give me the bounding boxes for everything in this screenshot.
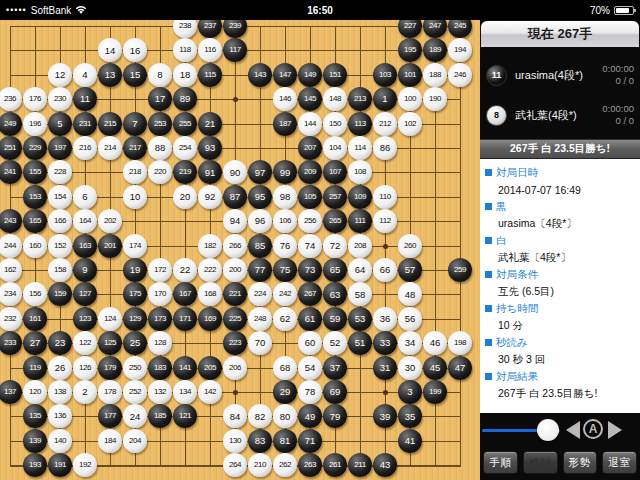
move-counter-header: 現在 267手 [481,21,639,47]
go-stone-black: 213 [348,87,372,111]
go-stone-black: 263 [298,453,322,477]
player-row-black: 11urasima(4段*)0:00:000 / 0 [486,55,634,95]
info-value: 武礼葉〔4段*〕 [485,249,640,266]
go-stone-white: 244 [0,234,22,258]
go-stone-black: 53 [348,307,372,331]
go-stone-black: 103 [373,63,397,87]
go-stone-white: 256 [298,209,322,233]
go-stone-white: 198 [448,331,472,355]
go-stone-white: 154 [48,185,72,209]
go-stone-white: 200 [223,258,247,282]
go-stone-black: 73 [298,258,322,282]
go-stone-white: 60 [298,331,322,355]
go-stone-black: 201 [98,234,122,258]
go-stone-black: 265 [323,209,347,233]
auto-play-button[interactable]: A [583,419,603,439]
go-stone-black: 43 [373,453,397,477]
go-stone-black: 15 [123,63,147,87]
go-stone-white: 130 [223,429,247,453]
go-stone-white: 166 [48,209,72,233]
capture-count-white-stone-icon: 8 [486,105,507,126]
go-stone-black: 119 [23,356,47,380]
go-stone-white: 260 [398,234,422,258]
go-stone-white: 148 [323,87,347,111]
go-stone-white: 216 [73,136,97,160]
go-stone-white: 176 [23,87,47,111]
go-stone-white: 96 [248,209,272,233]
go-stone-black: 163 [73,234,97,258]
bullet-square-icon [485,237,492,244]
go-stone-white: 188 [423,63,447,87]
go-stone-black: 153 [23,185,47,209]
go-stone-white: 204 [123,429,147,453]
go-stone-black: 11 [73,87,97,111]
bullet-square-icon [485,271,492,278]
carrier-label: SoftBank [31,5,72,16]
go-stone-black: 125 [98,331,122,355]
go-stone-black: 71 [298,429,322,453]
go-stone-white: 250 [123,356,147,380]
go-stone-black: 5 [48,112,72,136]
go-stone-black: 69 [323,380,347,404]
go-stone-white: 72 [323,234,347,258]
go-stone-white: 52 [323,331,347,355]
move-slider-knob[interactable] [537,419,559,441]
go-stone-black: 19 [123,258,147,282]
go-stone-white: 66 [373,258,397,282]
go-stone-white: 112 [373,209,397,233]
go-stone-black: 145 [298,87,322,111]
action-button-形勢[interactable]: 形勢 [563,451,598,474]
info-label: 秒読み [485,334,640,351]
go-stone-black: 75 [273,258,297,282]
go-stone-black: 151 [323,63,347,87]
go-stone-black: 257 [323,185,347,209]
go-stone-black: 9 [73,258,97,282]
go-stone-black: 179 [98,356,122,380]
go-stone-white: 86 [373,136,397,160]
go-stone-white: 46 [423,331,447,355]
move-slider[interactable] [482,429,560,432]
next-move-button[interactable] [608,421,622,439]
go-stone-black: 261 [323,453,347,477]
app-screen: ••••• SoftBank 16:50 70% 238237239227247… [0,0,640,480]
go-stone-white: 252 [123,380,147,404]
bullet-square-icon [485,339,492,346]
action-button-手順[interactable]: 手順 [483,451,518,474]
go-stone-white: 230 [48,87,72,111]
signal-strength-icon: ••••• [6,5,27,15]
go-stone-black: 171 [173,307,197,331]
go-stone-black: 21 [198,112,222,136]
go-stone-black: 65 [323,258,347,282]
go-stone-black: 229 [23,136,47,160]
info-label: 対局日時 [485,164,640,181]
go-stone-white: 160 [23,234,47,258]
go-stone-black: 7 [123,112,147,136]
go-stone-white: 128 [148,331,172,355]
go-stone-black: 17 [148,87,172,111]
go-stone-white: 62 [273,307,297,331]
go-stone-black: 101 [398,63,422,87]
go-stone-white: 114 [348,136,372,160]
capture-count-black-stone-icon: 11 [486,65,507,86]
info-label: 黒 [485,198,640,215]
go-stone-white: 88 [148,136,172,160]
go-stone-white: 8 [148,63,172,87]
go-stone-white: 26 [48,356,72,380]
go-stone-white: 6 [73,185,97,209]
go-stone-black: 41 [398,429,422,453]
go-stone-white: 18 [173,63,197,87]
go-stone-black: 3 [398,380,422,404]
bullet-square-icon [485,169,492,176]
go-board[interactable]: 2382372392272472451416118116117195189194… [0,20,480,480]
go-stone-black: 143 [248,63,272,87]
go-stone-white: 174 [123,234,147,258]
go-stone-black: 147 [273,63,297,87]
go-stone-black: 59 [323,307,347,331]
go-stone-black: 165 [23,209,47,233]
go-stone-white: 150 [323,112,347,136]
go-stone-black: 33 [373,331,397,355]
player-clock: 0:00:000 / 0 [602,103,634,127]
go-stone-white: 54 [298,356,322,380]
go-stone-white: 146 [273,87,297,111]
go-stone-black: 161 [23,307,47,331]
go-stone-white: 34 [398,331,422,355]
go-stone-white: 70 [248,331,272,355]
go-stone-black: 249 [0,112,22,136]
go-stone-black: 115 [198,63,222,87]
go-stone-black: 217 [123,136,147,160]
go-stone-black: 113 [348,112,372,136]
go-stone-black: 193 [23,453,47,477]
go-stone-black: 231 [73,112,97,136]
battery-icon [614,6,634,15]
go-stone-white: 138 [48,380,72,404]
go-stone-white: 248 [248,307,272,331]
go-stone-black: 149 [298,63,322,87]
go-stone-black: 45 [423,356,447,380]
go-stone-white: 172 [148,258,172,282]
go-stone-white: 212 [373,112,397,136]
go-stone-black: 77 [248,258,272,282]
go-stone-white: 104 [323,136,347,160]
game-info-panel: 現在 267手 11urasima(4段*)0:00:000 / 08武礼葉(4… [480,20,640,480]
go-stone-black: 109 [348,185,372,209]
player-row-white: 8武礼葉(4段*)0:00:000 / 0 [486,95,634,135]
go-stone-white: 262 [273,453,297,477]
go-stone-black: 51 [348,331,372,355]
go-stone-white: 178 [98,380,122,404]
go-stone-white: 68 [273,356,297,380]
go-stone-black: 169 [198,307,222,331]
go-stone-white: 2 [73,380,97,404]
go-stone-black: 47 [448,356,472,380]
go-stone-white: 106 [273,209,297,233]
go-stone-black: 1 [373,87,397,111]
info-label: 白 [485,232,640,249]
action-button-検討: 検討 [523,451,558,474]
go-stone-black: 141 [173,356,197,380]
go-stone-white: 140 [48,429,72,453]
clock-time: 16:50 [0,5,640,16]
go-stone-black: 123 [73,307,97,331]
go-stone-black: 199 [423,380,447,404]
go-stone-black: 83 [248,429,272,453]
go-stone-white: 142 [198,380,222,404]
bullet-square-icon [485,305,492,312]
status-bar: ••••• SoftBank 16:50 70% [0,0,640,20]
go-stone-black: 173 [148,307,172,331]
player-name: 武礼葉(4段*) [515,108,602,123]
go-stone-white: 102 [398,112,422,136]
go-stone-white: 110 [373,185,397,209]
go-stone-white: 22 [173,258,197,282]
go-stone-white: 76 [273,234,297,258]
result-banner: 267手 白 23.5目勝ち! [480,139,640,159]
previous-move-button[interactable] [566,421,580,439]
game-detail-list: 対局日時2014-07-07 16:49黒urasima〔4段*〕白武礼葉〔4段… [480,159,640,425]
go-stone-white: 122 [73,331,97,355]
go-stone-black: 95 [248,185,272,209]
go-stone-white: 30 [398,356,422,380]
go-stone-white: 210 [248,453,272,477]
go-stone-white: 254 [173,136,197,160]
go-stone-white: 124 [98,307,122,331]
go-stone-black: 37 [323,356,347,380]
go-stone-white: 222 [198,258,222,282]
go-stone-black: 197 [48,136,72,160]
go-stone-black: 89 [173,87,197,111]
go-stone-black: 211 [348,453,372,477]
go-stone-black: 13 [98,63,122,87]
go-stone-black: 93 [198,136,222,160]
action-button-row: 手順検討形勢退室 [480,447,640,474]
go-stone-black: 57 [398,258,422,282]
go-stone-white: 12 [48,63,72,87]
go-stone-white: 4 [73,63,97,87]
go-stone-white: 64 [348,258,372,282]
info-value: 10 分 [485,317,640,334]
star-point [233,390,238,395]
go-stone-white: 134 [173,380,197,404]
go-stone-black: 105 [298,185,322,209]
info-value: 2014-07-07 16:49 [485,181,640,198]
go-stone-black: 23 [48,331,72,355]
go-stone-white: 208 [348,234,372,258]
go-stone-black: 129 [123,307,147,331]
replay-controls: A 手順検討形勢退室 [480,413,640,480]
star-point [383,244,388,249]
bullet-square-icon [485,203,492,210]
go-stone-white: 194 [448,38,472,62]
info-value: 30 秒 3 回 [485,351,640,368]
go-stone-white: 132 [148,380,172,404]
go-stone-white: 206 [223,356,247,380]
go-stone-black: 85 [248,234,272,258]
go-stone-white: 120 [23,380,47,404]
go-stone-black: 255 [173,112,197,136]
info-value: 互先 (6.5目) [485,283,640,300]
info-value: urasima〔4段*〕 [485,215,640,232]
go-stone-black: 31 [373,356,397,380]
go-stone-black: 207 [298,136,322,160]
go-stone-black: 183 [148,356,172,380]
go-stone-white: 94 [223,209,247,233]
go-stone-white: 202 [98,209,122,233]
player-clock: 0:00:000 / 0 [602,63,634,87]
go-stone-black: 87 [223,185,247,209]
go-stone-white: 10 [123,185,147,209]
go-stone-white: 158 [48,258,72,282]
go-stone-white: 164 [73,209,97,233]
battery-percent: 70% [590,5,610,16]
info-label: 持ち時間 [485,300,640,317]
go-stone-white: 192 [73,453,97,477]
go-stone-black: 27 [23,331,47,355]
go-stone-black: 253 [148,112,172,136]
bullet-square-icon [485,373,492,380]
go-stone-white: 182 [198,234,222,258]
go-stone-black: 81 [273,429,297,453]
go-stone-black: 225 [223,307,247,331]
go-stone-black: 25 [123,331,147,355]
go-stone-black: 187 [273,112,297,136]
go-stone-white: 36 [373,307,397,331]
go-stone-white: 184 [98,429,122,453]
go-stone-white: 78 [298,380,322,404]
go-stone-white: 100 [398,87,422,111]
player-list: 11urasima(4段*)0:00:000 / 08武礼葉(4段*)0:00:… [480,47,640,139]
go-stone-white: 74 [298,234,322,258]
go-stone-white: 246 [448,63,472,87]
go-stone-black: 139 [23,429,47,453]
go-stone-white: 98 [273,185,297,209]
go-stone-white: 144 [298,112,322,136]
go-stone-black: 61 [298,307,322,331]
go-stone-white: 266 [223,234,247,258]
go-stone-white: 20 [173,185,197,209]
go-stone-white: 92 [198,185,222,209]
go-stone-white: 196 [23,112,47,136]
action-button-退室[interactable]: 退室 [602,451,637,474]
wifi-icon [75,5,87,15]
go-stone-black: 215 [98,112,122,136]
info-label: 対局条件 [485,266,640,283]
go-stone-black: 205 [198,356,222,380]
go-stone-white: 152 [48,234,72,258]
go-stone-black: 223 [223,331,247,355]
go-stone-black: 191 [48,453,72,477]
go-stone-black: 29 [273,380,297,404]
go-stone-white: 264 [223,453,247,477]
go-stone-white: 56 [398,307,422,331]
go-stone-white: 232 [0,307,22,331]
info-label: 対局結果 [485,368,640,385]
go-stone-black: 111 [348,209,372,233]
go-stone-white: 214 [98,136,122,160]
go-stone-black: 259 [448,258,472,282]
go-stone-white: 190 [423,87,447,111]
go-stone-white: 126 [73,356,97,380]
player-name: urasima(4段*) [515,68,602,83]
star-point [383,390,388,395]
info-value: 267手 白 23.5目勝ち! [485,385,640,402]
